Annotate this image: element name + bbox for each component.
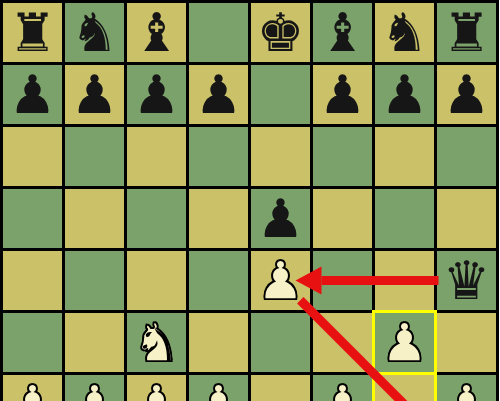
square-g5[interactable] xyxy=(375,189,434,248)
square-b3[interactable] xyxy=(65,313,124,372)
square-e4[interactable]: ♟ xyxy=(251,251,310,310)
square-g6[interactable] xyxy=(375,127,434,186)
square-h2[interactable]: ♟ xyxy=(437,375,496,401)
square-e2[interactable] xyxy=(251,375,310,401)
square-f3[interactable] xyxy=(313,313,372,372)
white-pawn-icon: ♟ xyxy=(71,375,119,401)
square-d7[interactable]: ♟ xyxy=(189,65,248,124)
square-a7[interactable]: ♟ xyxy=(3,65,62,124)
black-bishop-icon: ♝ xyxy=(133,3,181,62)
square-b4[interactable] xyxy=(65,251,124,310)
square-a6[interactable] xyxy=(3,127,62,186)
black-pawn-icon: ♟ xyxy=(195,65,243,124)
white-pawn-icon: ♟ xyxy=(257,251,305,310)
square-e7[interactable] xyxy=(251,65,310,124)
black-pawn-icon: ♟ xyxy=(443,65,491,124)
square-g3[interactable]: ♟ xyxy=(375,313,434,372)
square-a3[interactable] xyxy=(3,313,62,372)
black-pawn-icon: ♟ xyxy=(133,65,181,124)
white-pawn-icon: ♟ xyxy=(195,375,243,401)
square-b6[interactable] xyxy=(65,127,124,186)
square-g7[interactable]: ♟ xyxy=(375,65,434,124)
square-d2[interactable]: ♟ xyxy=(189,375,248,401)
square-a8[interactable]: ♜ xyxy=(3,3,62,62)
square-h4[interactable]: ♛ xyxy=(437,251,496,310)
black-pawn-icon: ♟ xyxy=(319,65,367,124)
square-d3[interactable] xyxy=(189,313,248,372)
white-knight-icon: ♞ xyxy=(133,313,181,372)
black-king-icon: ♚ xyxy=(257,3,305,62)
black-pawn-icon: ♟ xyxy=(71,65,119,124)
square-h5[interactable] xyxy=(437,189,496,248)
square-d5[interactable] xyxy=(189,189,248,248)
square-g4[interactable] xyxy=(375,251,434,310)
square-d6[interactable] xyxy=(189,127,248,186)
square-b7[interactable]: ♟ xyxy=(65,65,124,124)
square-e5[interactable]: ♟ xyxy=(251,189,310,248)
square-c3[interactable]: ♞ xyxy=(127,313,186,372)
white-pawn-icon: ♟ xyxy=(9,375,57,401)
square-c7[interactable]: ♟ xyxy=(127,65,186,124)
square-g2[interactable] xyxy=(375,375,434,401)
square-c8[interactable]: ♝ xyxy=(127,3,186,62)
black-rook-icon: ♜ xyxy=(9,3,57,62)
square-e8[interactable]: ♚ xyxy=(251,3,310,62)
white-pawn-icon: ♟ xyxy=(133,375,181,401)
square-e6[interactable] xyxy=(251,127,310,186)
square-f8[interactable]: ♝ xyxy=(313,3,372,62)
square-f7[interactable]: ♟ xyxy=(313,65,372,124)
square-h3[interactable] xyxy=(437,313,496,372)
white-pawn-icon: ♟ xyxy=(443,375,491,401)
square-e3[interactable] xyxy=(251,313,310,372)
square-b8[interactable]: ♞ xyxy=(65,3,124,62)
square-a2[interactable]: ♟ xyxy=(3,375,62,401)
black-bishop-icon: ♝ xyxy=(319,3,367,62)
square-c5[interactable] xyxy=(127,189,186,248)
black-knight-icon: ♞ xyxy=(381,3,429,62)
square-d4[interactable] xyxy=(189,251,248,310)
square-a5[interactable] xyxy=(3,189,62,248)
black-pawn-icon: ♟ xyxy=(381,65,429,124)
square-b2[interactable]: ♟ xyxy=(65,375,124,401)
square-f6[interactable] xyxy=(313,127,372,186)
square-h7[interactable]: ♟ xyxy=(437,65,496,124)
square-c6[interactable] xyxy=(127,127,186,186)
square-b5[interactable] xyxy=(65,189,124,248)
black-pawn-icon: ♟ xyxy=(257,189,305,248)
white-pawn-icon: ♟ xyxy=(319,375,367,401)
black-rook-icon: ♜ xyxy=(443,3,491,62)
chess-board: ♜♞♝♚♝♞♜♟♟♟♟♟♟♟♟♟♛♞♟♟♟♟♟♟♟ xyxy=(0,0,499,401)
chess-app-window: ♜♞♝♚♝♞♜♟♟♟♟♟♟♟♟♟♛♞♟♟♟♟♟♟♟ xyxy=(0,0,500,401)
square-f5[interactable] xyxy=(313,189,372,248)
square-g8[interactable]: ♞ xyxy=(375,3,434,62)
white-pawn-icon: ♟ xyxy=(381,313,429,372)
square-a4[interactable] xyxy=(3,251,62,310)
black-pawn-icon: ♟ xyxy=(9,65,57,124)
square-f2[interactable]: ♟ xyxy=(313,375,372,401)
square-c4[interactable] xyxy=(127,251,186,310)
square-c2[interactable]: ♟ xyxy=(127,375,186,401)
black-knight-icon: ♞ xyxy=(71,3,119,62)
square-h6[interactable] xyxy=(437,127,496,186)
square-d8[interactable] xyxy=(189,3,248,62)
black-queen-icon: ♛ xyxy=(443,251,491,310)
square-h8[interactable]: ♜ xyxy=(437,3,496,62)
square-f4[interactable] xyxy=(313,251,372,310)
